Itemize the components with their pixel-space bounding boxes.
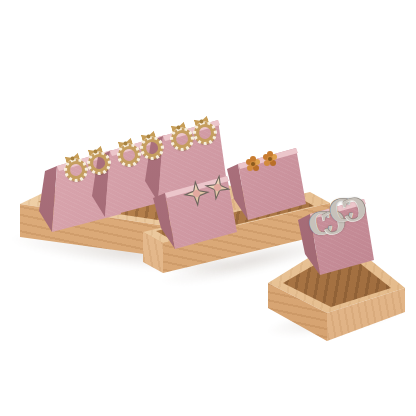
flower-stud-left xyxy=(245,156,261,172)
flower-core xyxy=(251,162,255,166)
cc-logo-front: C C xyxy=(326,190,375,233)
star-center-dot xyxy=(193,190,201,198)
star-center-dot xyxy=(214,184,222,192)
flower-core xyxy=(268,157,272,161)
flower-stud-right xyxy=(262,151,278,167)
jewelry-display-product-photo: C C C C xyxy=(0,0,416,416)
cc-letter-mirrored: C xyxy=(339,193,369,228)
